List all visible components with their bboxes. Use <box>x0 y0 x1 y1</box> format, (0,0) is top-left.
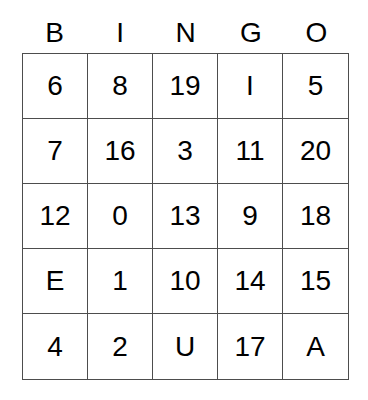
bingo-cell-r1c5[interactable]: 5 <box>283 54 348 119</box>
bingo-cell-r3c5[interactable]: 18 <box>283 184 348 249</box>
header-letter-n: N <box>153 19 218 47</box>
bingo-cell-r5c5[interactable]: A <box>283 314 348 379</box>
bingo-grid: 6 8 19 I 5 7 16 3 11 20 12 0 13 9 18 E 1… <box>22 53 349 380</box>
bingo-cell-r4c1[interactable]: E <box>23 249 88 314</box>
bingo-cell-r5c3[interactable]: U <box>153 314 218 379</box>
bingo-cell-r3c4[interactable]: 9 <box>218 184 283 249</box>
bingo-cell-r2c5[interactable]: 20 <box>283 119 348 184</box>
bingo-cell-r1c2[interactable]: 8 <box>88 54 153 119</box>
bingo-cell-r5c2[interactable]: 2 <box>88 314 153 379</box>
bingo-cell-r2c4[interactable]: 11 <box>218 119 283 184</box>
bingo-cell-r3c3[interactable]: 13 <box>153 184 218 249</box>
bingo-cell-r3c1[interactable]: 12 <box>23 184 88 249</box>
bingo-cell-r1c1[interactable]: 6 <box>23 54 88 119</box>
bingo-cell-r3c2[interactable]: 0 <box>88 184 153 249</box>
header-letter-i: I <box>87 19 152 47</box>
bingo-cell-r2c3[interactable]: 3 <box>153 119 218 184</box>
header-letter-o: O <box>284 19 349 47</box>
bingo-cell-r4c5[interactable]: 15 <box>283 249 348 314</box>
bingo-cell-r1c4[interactable]: I <box>218 54 283 119</box>
bingo-cell-r2c1[interactable]: 7 <box>23 119 88 184</box>
bingo-cell-r4c4[interactable]: 14 <box>218 249 283 314</box>
bingo-cell-r1c3[interactable]: 19 <box>153 54 218 119</box>
bingo-cell-r5c1[interactable]: 4 <box>23 314 88 379</box>
bingo-header: B I N G O <box>22 0 349 53</box>
header-letter-b: B <box>22 19 87 47</box>
header-letter-g: G <box>218 19 283 47</box>
bingo-cell-r4c2[interactable]: 1 <box>88 249 153 314</box>
bingo-cell-r5c4[interactable]: 17 <box>218 314 283 379</box>
bingo-cell-r4c3[interactable]: 10 <box>153 249 218 314</box>
bingo-card: B I N G O 6 8 19 I 5 7 16 3 11 20 12 0 1… <box>0 0 368 400</box>
bingo-cell-r2c2[interactable]: 16 <box>88 119 153 184</box>
